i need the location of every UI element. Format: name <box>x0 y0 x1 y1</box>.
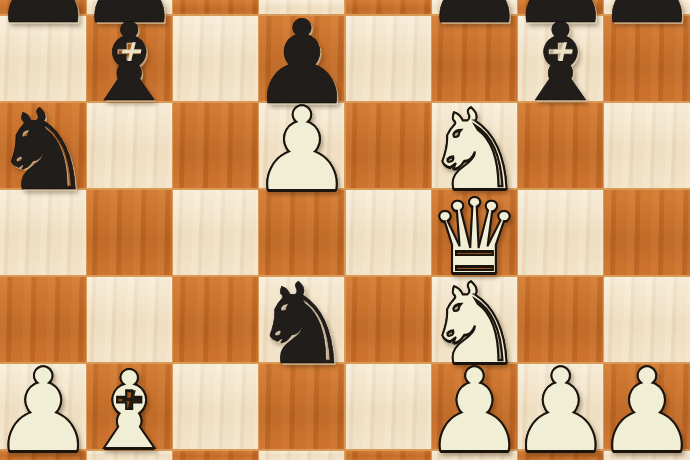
chess-board: ♟♟♟♟♟♝+♟♝+♞♟♞♛♞♞♟♝+♟♟♟ <box>0 0 690 460</box>
square-c3[interactable] <box>173 276 259 363</box>
black-knight-a5[interactable]: ♞ <box>0 106 86 193</box>
square-h5[interactable] <box>604 102 690 189</box>
square-e3[interactable] <box>345 276 431 363</box>
square-c7[interactable] <box>173 0 259 15</box>
white-pawn-a2[interactable]: ♟ <box>0 367 86 454</box>
white-pawn-d5[interactable]: ♟ <box>259 106 345 193</box>
square-e1[interactable] <box>345 450 431 460</box>
square-e4[interactable] <box>345 189 431 276</box>
bishop-cross-detail: + <box>117 384 142 414</box>
square-c1[interactable] <box>173 450 259 460</box>
square-c4[interactable] <box>173 189 259 276</box>
black-bishop-b6[interactable]: ♝+ <box>86 19 172 106</box>
black-pawn-a7[interactable]: ♟ <box>0 0 86 25</box>
square-e7[interactable] <box>345 0 431 15</box>
square-c2[interactable] <box>173 363 259 450</box>
white-pawn-f2[interactable]: ♟ <box>431 367 517 454</box>
square-e2[interactable] <box>345 363 431 450</box>
square-c5[interactable] <box>173 102 259 189</box>
square-c6[interactable] <box>173 15 259 102</box>
square-e6[interactable] <box>345 15 431 102</box>
square-d1[interactable] <box>259 450 345 460</box>
white-pawn-g2[interactable]: ♟ <box>518 367 604 454</box>
square-g4[interactable] <box>518 189 604 276</box>
square-b4[interactable] <box>86 189 172 276</box>
black-pawn-h7[interactable]: ♟ <box>604 0 690 25</box>
square-h4[interactable] <box>604 189 690 276</box>
white-pawn-h2[interactable]: ♟ <box>604 367 690 454</box>
black-pawn-f7[interactable]: ♟ <box>431 0 517 25</box>
black-bishop-g6[interactable]: ♝+ <box>518 19 604 106</box>
black-knight-d3[interactable]: ♞ <box>259 280 345 367</box>
square-e5[interactable] <box>345 102 431 189</box>
white-bishop-b2[interactable]: ♝+ <box>86 367 172 454</box>
bishop-cross-detail: + <box>117 36 142 66</box>
bishop-cross-detail: + <box>548 36 573 66</box>
